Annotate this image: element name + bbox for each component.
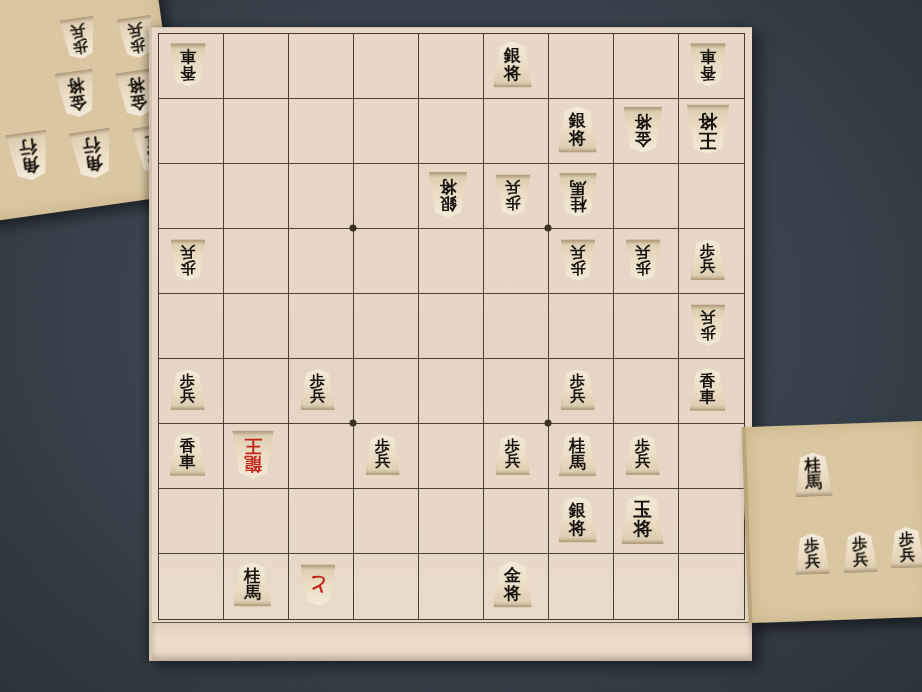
square-7d[interactable] bbox=[289, 229, 354, 294]
square-5g[interactable] bbox=[419, 424, 484, 489]
piece-kanji: 兵 bbox=[852, 552, 868, 568]
piece-kanji: 将 bbox=[127, 75, 146, 95]
piece-kanji: 王 bbox=[698, 129, 717, 148]
square-8f[interactable] bbox=[224, 359, 289, 424]
piece-kanji: 兵 bbox=[375, 454, 390, 470]
square-5a[interactable] bbox=[419, 34, 484, 99]
piece-kanji: 兵 bbox=[310, 389, 325, 405]
piece-kanji: 兵 bbox=[127, 21, 144, 38]
square-5h[interactable] bbox=[419, 489, 484, 554]
piece-pawn-gote-hand0[interactable]: 歩兵 bbox=[59, 16, 99, 61]
piece-kanji: 将 bbox=[698, 110, 717, 129]
square-8e[interactable] bbox=[224, 294, 289, 359]
square-9e[interactable] bbox=[159, 294, 224, 359]
piece-kanji: 歩 bbox=[505, 194, 520, 210]
piece-kanji: 兵 bbox=[899, 547, 915, 563]
square-7e[interactable] bbox=[289, 294, 354, 359]
square-4h[interactable] bbox=[484, 489, 549, 554]
square-5e[interactable] bbox=[419, 294, 484, 359]
piece-kanji: 兵 bbox=[570, 389, 585, 405]
square-8b[interactable] bbox=[224, 99, 289, 164]
piece-kanji: 将 bbox=[569, 519, 586, 536]
square-4e[interactable] bbox=[484, 294, 549, 359]
piece-kanji: 兵 bbox=[805, 554, 821, 570]
square-9i[interactable] bbox=[159, 554, 224, 619]
square-6e[interactable] bbox=[354, 294, 419, 359]
square-8d[interactable] bbox=[224, 229, 289, 294]
piece-kanji: 王 bbox=[244, 436, 262, 454]
square-9h[interactable] bbox=[159, 489, 224, 554]
piece-kanji: 香 bbox=[700, 64, 716, 80]
square-1g[interactable] bbox=[679, 424, 744, 489]
piece-kanji: 兵 bbox=[635, 244, 650, 260]
square-2c[interactable] bbox=[614, 164, 679, 229]
square-1h[interactable] bbox=[679, 489, 744, 554]
piece-pawn-sente-hand3[interactable]: 歩兵 bbox=[889, 526, 922, 568]
hoshi-dot bbox=[545, 420, 552, 427]
piece-kanji: 兵 bbox=[635, 454, 650, 470]
square-3a[interactable] bbox=[549, 34, 614, 99]
square-7h[interactable] bbox=[289, 489, 354, 554]
square-1i[interactable] bbox=[679, 554, 744, 619]
piece-kanji: 兵 bbox=[180, 389, 195, 405]
piece-kanji: 歩 bbox=[635, 259, 650, 275]
square-6a[interactable] bbox=[354, 34, 419, 99]
piece-kanji: 将 bbox=[66, 76, 85, 96]
piece-kanji: 馬 bbox=[569, 454, 585, 471]
sente-komadai: 桂馬歩兵歩兵歩兵 bbox=[742, 421, 922, 623]
piece-kanji: 金 bbox=[634, 129, 651, 146]
square-2a[interactable] bbox=[614, 34, 679, 99]
board-front-edge bbox=[152, 622, 752, 661]
square-4f[interactable] bbox=[484, 359, 549, 424]
square-5b[interactable] bbox=[419, 99, 484, 164]
square-5i[interactable] bbox=[419, 554, 484, 619]
piece-kanji: 歩 bbox=[700, 324, 715, 340]
square-9c[interactable] bbox=[159, 164, 224, 229]
piece-bishop-gote-hand4[interactable]: 角行 bbox=[5, 129, 53, 182]
piece-kanji: 馬 bbox=[805, 474, 822, 491]
piece-kanji: 兵 bbox=[570, 244, 585, 260]
piece-kanji: 歩 bbox=[570, 259, 585, 275]
square-3i[interactable] bbox=[549, 554, 614, 619]
piece-kanji: 将 bbox=[633, 519, 652, 538]
square-2i[interactable] bbox=[614, 554, 679, 619]
square-9b[interactable] bbox=[159, 99, 224, 164]
piece-kanji: 兵 bbox=[505, 179, 520, 195]
piece-kanji: 将 bbox=[634, 112, 651, 129]
piece-kanji: 将 bbox=[504, 64, 521, 81]
piece-kanji: 馬 bbox=[569, 178, 585, 195]
square-2f[interactable] bbox=[614, 359, 679, 424]
piece-bishop-gote-hand5[interactable]: 角行 bbox=[68, 128, 116, 181]
square-6c[interactable] bbox=[354, 164, 419, 229]
square-8a[interactable] bbox=[224, 34, 289, 99]
piece-kanji: 兵 bbox=[69, 22, 86, 39]
hoshi-dot bbox=[545, 225, 552, 232]
piece-kanji: 兵 bbox=[700, 259, 715, 275]
square-4d[interactable] bbox=[484, 229, 549, 294]
square-1c[interactable] bbox=[679, 164, 744, 229]
hoshi-dot bbox=[350, 420, 357, 427]
piece-kanji: 兵 bbox=[700, 309, 715, 325]
square-8h[interactable] bbox=[224, 489, 289, 554]
shogi-photo-scene: { "game": "shogi", "scene": "overhead ph… bbox=[0, 0, 922, 692]
square-5f[interactable] bbox=[419, 359, 484, 424]
piece-kanji: 行 bbox=[18, 137, 38, 157]
piece-kanji: 兵 bbox=[180, 244, 195, 260]
square-7a[interactable] bbox=[289, 34, 354, 99]
piece-kanji: 行 bbox=[81, 135, 101, 155]
piece-kanji: 将 bbox=[569, 129, 586, 146]
piece-kanji: 車 bbox=[700, 389, 716, 405]
piece-kanji: 龍 bbox=[244, 454, 262, 472]
square-4b[interactable] bbox=[484, 99, 549, 164]
square-6i[interactable] bbox=[354, 554, 419, 619]
square-5d[interactable] bbox=[419, 229, 484, 294]
square-6f[interactable] bbox=[354, 359, 419, 424]
piece-kanji: 車 bbox=[180, 48, 196, 64]
square-8c[interactable] bbox=[224, 164, 289, 229]
piece-kanji: 車 bbox=[180, 454, 196, 470]
piece-kanji: 兵 bbox=[505, 454, 520, 470]
piece-gold-gote-hand2[interactable]: 金将 bbox=[54, 68, 99, 119]
piece-kanji: 歩 bbox=[180, 259, 195, 275]
piece-kanji: 馬 bbox=[244, 584, 260, 601]
square-2e[interactable] bbox=[614, 294, 679, 359]
hoshi-dot bbox=[350, 225, 357, 232]
square-7b[interactable] bbox=[289, 99, 354, 164]
square-7g[interactable] bbox=[289, 424, 354, 489]
square-3e[interactable] bbox=[549, 294, 614, 359]
square-6b[interactable] bbox=[354, 99, 419, 164]
square-7c[interactable] bbox=[289, 164, 354, 229]
square-6d[interactable] bbox=[354, 229, 419, 294]
shogi-board bbox=[149, 27, 752, 661]
piece-knight-sente-hand0[interactable]: 桂馬 bbox=[794, 452, 834, 497]
piece-pawn-sente-hand2[interactable]: 歩兵 bbox=[842, 531, 878, 573]
square-6h[interactable] bbox=[354, 489, 419, 554]
piece-kanji: 銀 bbox=[439, 194, 456, 211]
piece-kanji: 香 bbox=[180, 64, 196, 80]
piece-pawn-sente-hand1[interactable]: 歩兵 bbox=[794, 533, 830, 575]
piece-kanji: 車 bbox=[700, 48, 716, 64]
piece-kanji: 将 bbox=[504, 584, 521, 601]
piece-kanji: と bbox=[307, 574, 327, 594]
piece-kanji: 将 bbox=[439, 177, 456, 194]
